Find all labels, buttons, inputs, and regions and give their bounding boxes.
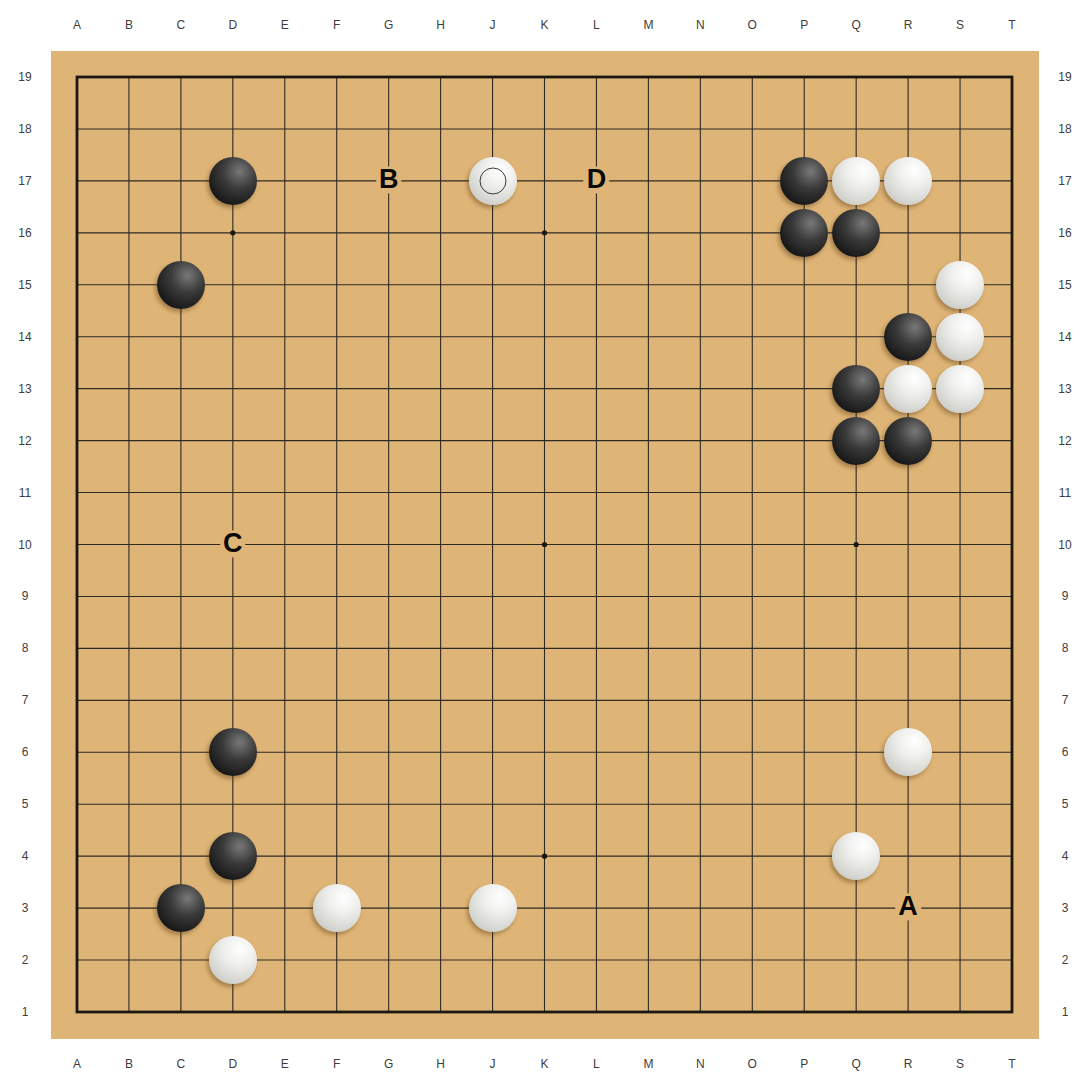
coord-label-left-3: 3	[22, 901, 29, 915]
coord-label-top-B: B	[125, 18, 133, 32]
coord-label-left-2: 2	[22, 953, 29, 967]
white-stone-S14[interactable]	[936, 313, 984, 361]
coord-label-bottom-N: N	[696, 1057, 705, 1071]
black-stone-R12[interactable]	[884, 417, 932, 465]
coord-label-bottom-F: F	[333, 1057, 340, 1071]
star-point-D16	[230, 230, 235, 235]
coord-label-bottom-G: G	[384, 1057, 393, 1071]
black-stone-P16[interactable]	[780, 209, 828, 257]
coord-label-bottom-P: P	[800, 1057, 808, 1071]
white-stone-S13[interactable]	[936, 365, 984, 413]
coord-label-top-Q: Q	[851, 18, 860, 32]
coord-label-top-E: E	[281, 18, 289, 32]
coord-label-left-18: 18	[18, 122, 31, 136]
black-stone-R14[interactable]	[884, 313, 932, 361]
coord-label-top-P: P	[800, 18, 808, 32]
white-stone-J17[interactable]	[469, 157, 517, 205]
coord-label-right-7: 7	[1062, 693, 1069, 707]
black-stone-D4[interactable]	[209, 832, 257, 880]
coord-label-bottom-A: A	[73, 1057, 81, 1071]
coord-label-right-9: 9	[1062, 589, 1069, 603]
annotation-label-C-D10[interactable]: C	[220, 530, 246, 557]
white-stone-D2[interactable]	[209, 936, 257, 984]
coord-label-bottom-L: L	[593, 1057, 600, 1071]
coord-label-left-19: 19	[18, 70, 31, 84]
coord-label-left-1: 1	[22, 1005, 29, 1019]
coord-label-bottom-T: T	[1008, 1057, 1015, 1071]
coord-label-top-O: O	[748, 18, 757, 32]
coord-label-top-N: N	[696, 18, 705, 32]
white-stone-J3[interactable]	[469, 884, 517, 932]
black-stone-Q13[interactable]	[832, 365, 880, 413]
board-grid	[51, 51, 1039, 1039]
go-diagram-page: ABCD AABBCCDDEEFFGGHHJJKKLLMMNNOOPPQQRRS…	[0, 0, 1090, 1090]
black-stone-D6[interactable]	[209, 728, 257, 776]
coord-label-right-1: 1	[1062, 1005, 1069, 1019]
coord-label-right-6: 6	[1062, 745, 1069, 759]
coord-label-bottom-E: E	[281, 1057, 289, 1071]
coord-label-right-13: 13	[1058, 382, 1071, 396]
coord-label-left-17: 17	[18, 174, 31, 188]
coord-label-right-5: 5	[1062, 797, 1069, 811]
coord-label-left-4: 4	[22, 849, 29, 863]
coord-label-left-5: 5	[22, 797, 29, 811]
coord-label-right-12: 12	[1058, 434, 1071, 448]
white-stone-Q17[interactable]	[832, 157, 880, 205]
coord-label-right-19: 19	[1058, 70, 1071, 84]
star-point-Q10	[854, 542, 859, 547]
coord-label-right-16: 16	[1058, 226, 1071, 240]
coord-label-left-16: 16	[18, 226, 31, 240]
black-stone-P17[interactable]	[780, 157, 828, 205]
coord-label-right-18: 18	[1058, 122, 1071, 136]
coord-label-bottom-O: O	[748, 1057, 757, 1071]
coord-label-bottom-K: K	[540, 1057, 548, 1071]
white-stone-R17[interactable]	[884, 157, 932, 205]
coord-label-right-4: 4	[1062, 849, 1069, 863]
black-stone-D17[interactable]	[209, 157, 257, 205]
coord-label-right-17: 17	[1058, 174, 1071, 188]
coord-label-top-G: G	[384, 18, 393, 32]
coord-label-top-L: L	[593, 18, 600, 32]
coord-label-right-11: 11	[1059, 486, 1071, 500]
coord-label-top-T: T	[1008, 18, 1015, 32]
coord-label-top-H: H	[436, 18, 445, 32]
black-stone-C15[interactable]	[157, 261, 205, 309]
coord-label-bottom-R: R	[904, 1057, 913, 1071]
coord-label-top-R: R	[904, 18, 913, 32]
coord-label-left-11: 11	[19, 486, 31, 500]
coord-label-bottom-S: S	[956, 1057, 964, 1071]
coord-label-top-J: J	[490, 18, 496, 32]
star-point-K4	[542, 854, 547, 859]
last-move-marker	[479, 167, 506, 194]
coord-label-top-A: A	[73, 18, 81, 32]
coord-label-top-D: D	[228, 18, 237, 32]
coord-label-bottom-D: D	[228, 1057, 237, 1071]
white-stone-Q4[interactable]	[832, 832, 880, 880]
coord-label-left-15: 15	[18, 278, 31, 292]
coord-label-left-7: 7	[22, 693, 29, 707]
white-stone-S15[interactable]	[936, 261, 984, 309]
coord-label-right-8: 8	[1062, 641, 1069, 655]
annotation-label-B-G17[interactable]: B	[376, 166, 402, 193]
star-point-K16	[542, 230, 547, 235]
coord-label-bottom-Q: Q	[851, 1057, 860, 1071]
coord-label-top-K: K	[540, 18, 548, 32]
coord-label-top-C: C	[177, 18, 186, 32]
white-stone-R13[interactable]	[884, 365, 932, 413]
coord-label-left-14: 14	[18, 330, 31, 344]
coord-label-left-13: 13	[18, 382, 31, 396]
coord-label-right-2: 2	[1062, 953, 1069, 967]
coord-label-right-3: 3	[1062, 901, 1069, 915]
coord-label-right-15: 15	[1058, 278, 1071, 292]
black-stone-Q16[interactable]	[832, 209, 880, 257]
go-board[interactable]: ABCD	[51, 51, 1039, 1039]
coord-label-bottom-B: B	[125, 1057, 133, 1071]
annotation-label-A-R3[interactable]: A	[895, 894, 921, 921]
coord-label-top-F: F	[333, 18, 340, 32]
coord-label-bottom-H: H	[436, 1057, 445, 1071]
coord-label-right-14: 14	[1058, 330, 1071, 344]
coord-label-right-10: 10	[1058, 538, 1071, 552]
coord-label-bottom-C: C	[177, 1057, 186, 1071]
annotation-label-D-L17[interactable]: D	[584, 166, 610, 193]
white-stone-R6[interactable]	[884, 728, 932, 776]
coord-label-left-12: 12	[18, 434, 31, 448]
coord-label-left-6: 6	[22, 745, 29, 759]
coord-label-left-9: 9	[22, 589, 29, 603]
coord-label-bottom-J: J	[490, 1057, 496, 1071]
star-point-K10	[542, 542, 547, 547]
white-stone-F3[interactable]	[313, 884, 361, 932]
black-stone-Q12[interactable]	[832, 417, 880, 465]
coord-label-bottom-M: M	[643, 1057, 653, 1071]
coord-label-top-S: S	[956, 18, 964, 32]
coord-label-left-8: 8	[22, 641, 29, 655]
coord-label-left-10: 10	[18, 538, 31, 552]
black-stone-C3[interactable]	[157, 884, 205, 932]
coord-label-top-M: M	[643, 18, 653, 32]
